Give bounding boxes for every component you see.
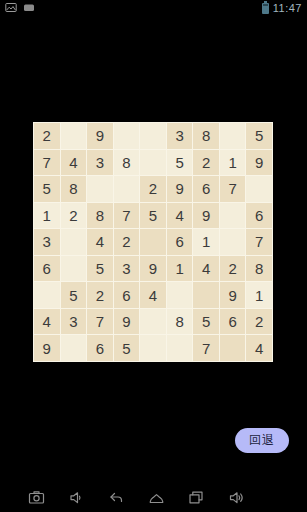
sudoku-cell-r2c7[interactable]: 2 [193,150,219,176]
sudoku-cell-r1c8[interactable] [220,123,246,149]
sudoku-cell-r8c9[interactable]: 2 [246,309,272,335]
sudoku-cell-r3c8[interactable]: 7 [220,176,246,202]
sudoku-cell-r2c2[interactable]: 4 [61,150,87,176]
status-clock: 11:47 [273,2,302,14]
sudoku-cell-r9c4[interactable]: 5 [114,335,140,361]
sudoku-cell-r6c7[interactable]: 4 [193,256,219,282]
sudoku-cell-r6c5[interactable]: 9 [140,256,166,282]
sudoku-cell-r3c3[interactable] [87,176,113,202]
sudoku-cell-r3c9[interactable] [246,176,272,202]
sudoku-cell-r6c8[interactable]: 2 [220,256,246,282]
sudoku-cell-r3c1[interactable]: 5 [34,176,60,202]
sudoku-cell-r1c9[interactable]: 5 [246,123,272,149]
sudoku-cell-r5c4[interactable]: 2 [114,229,140,255]
sudoku-cell-r9c6[interactable] [167,335,193,361]
sudoku-cell-r1c1[interactable]: 2 [34,123,60,149]
sudoku-cell-r8c3[interactable]: 7 [87,309,113,335]
sudoku-cell-r8c1[interactable]: 4 [34,309,60,335]
android-screen: 11:47 2938574385219582967128754963426176… [0,0,307,512]
sudoku-cell-r6c3[interactable]: 5 [87,256,113,282]
sudoku-cell-r5c6[interactable]: 6 [167,229,193,255]
sudoku-cell-r3c6[interactable]: 9 [167,176,193,202]
sudoku-cell-r4c7[interactable]: 9 [193,203,219,229]
camera-icon[interactable] [27,490,45,506]
sudoku-cell-r2c8[interactable]: 1 [220,150,246,176]
sudoku-cell-r3c7[interactable]: 6 [193,176,219,202]
sudoku-cell-r9c7[interactable]: 7 [193,335,219,361]
undo-button[interactable]: 回退 [235,428,289,453]
sudoku-cell-r9c9[interactable]: 4 [246,335,272,361]
sudoku-cell-r6c4[interactable]: 3 [114,256,140,282]
sudoku-cell-r1c4[interactable] [114,123,140,149]
sudoku-cell-r5c8[interactable] [220,229,246,255]
sudoku-cell-r2c4[interactable]: 8 [114,150,140,176]
sudoku-cell-r3c4[interactable] [114,176,140,202]
volume-down-icon[interactable] [67,490,85,506]
sudoku-cell-r9c5[interactable] [140,335,166,361]
sudoku-cell-r4c2[interactable]: 2 [61,203,87,229]
sudoku-cell-r7c7[interactable] [193,282,219,308]
sudoku-cell-r4c6[interactable]: 4 [167,203,193,229]
sudoku-cell-r8c4[interactable]: 9 [114,309,140,335]
sudoku-cell-r2c3[interactable]: 3 [87,150,113,176]
sudoku-cell-r1c7[interactable]: 8 [193,123,219,149]
sudoku-cell-r2c6[interactable]: 5 [167,150,193,176]
sudoku-cell-r4c8[interactable] [220,203,246,229]
sudoku-cell-r2c1[interactable]: 7 [34,150,60,176]
sudoku-cell-r6c6[interactable]: 1 [167,256,193,282]
sudoku-cell-r8c5[interactable] [140,309,166,335]
sudoku-cell-r7c5[interactable]: 4 [140,282,166,308]
sudoku-cell-r5c1[interactable]: 3 [34,229,60,255]
sudoku-cell-r1c5[interactable] [140,123,166,149]
sudoku-cell-r6c2[interactable] [61,256,87,282]
volume-up-icon[interactable] [227,490,245,506]
sudoku-cell-r6c1[interactable]: 6 [34,256,60,282]
sudoku-cell-r1c2[interactable] [61,123,87,149]
recents-icon[interactable] [187,490,205,506]
sudoku-board: 2938574385219582967128754963426176539142… [33,122,273,362]
sudoku-cell-r7c8[interactable]: 9 [220,282,246,308]
sudoku-cell-r2c5[interactable] [140,150,166,176]
sudoku-cell-r3c5[interactable]: 2 [140,176,166,202]
sudoku-cell-r9c8[interactable] [220,335,246,361]
sudoku-cell-r8c6[interactable]: 8 [167,309,193,335]
sudoku-cell-r7c2[interactable]: 5 [61,282,87,308]
sudoku-cell-r9c2[interactable] [61,335,87,361]
sudoku-cell-r4c9[interactable]: 6 [246,203,272,229]
sudoku-cell-r5c9[interactable]: 7 [246,229,272,255]
sudoku-cell-r6c9[interactable]: 8 [246,256,272,282]
battery-icon [262,3,269,14]
back-icon[interactable] [107,490,125,506]
sudoku-cell-r7c4[interactable]: 6 [114,282,140,308]
home-icon[interactable] [147,490,165,506]
sudoku-cell-r7c3[interactable]: 2 [87,282,113,308]
sudoku-cell-r7c6[interactable] [167,282,193,308]
sudoku-cell-r2c9[interactable]: 9 [246,150,272,176]
status-bar: 11:47 [0,0,307,16]
sudoku-cell-r5c3[interactable]: 4 [87,229,113,255]
notification-icon [23,0,35,17]
sudoku-cell-r5c7[interactable]: 1 [193,229,219,255]
sudoku-cell-r4c4[interactable]: 7 [114,203,140,229]
sudoku-cell-r7c9[interactable]: 1 [246,282,272,308]
sudoku-cell-r3c2[interactable]: 8 [61,176,87,202]
sudoku-cell-r4c5[interactable]: 5 [140,203,166,229]
screenshot-notification-icon [5,0,17,17]
sudoku-cell-r4c3[interactable]: 8 [87,203,113,229]
sudoku-cell-r8c7[interactable]: 5 [193,309,219,335]
navigation-bar [0,483,307,512]
sudoku-cell-r8c8[interactable]: 6 [220,309,246,335]
sudoku-cell-r4c1[interactable]: 1 [34,203,60,229]
sudoku-cell-r1c3[interactable]: 9 [87,123,113,149]
sudoku-cell-r5c5[interactable] [140,229,166,255]
sudoku-cell-r9c1[interactable]: 9 [34,335,60,361]
sudoku-cell-r5c2[interactable] [61,229,87,255]
sudoku-cell-r9c3[interactable]: 6 [87,335,113,361]
sudoku-cell-r7c1[interactable] [34,282,60,308]
sudoku-cell-r1c6[interactable]: 3 [167,123,193,149]
sudoku-cell-r8c2[interactable]: 3 [61,309,87,335]
